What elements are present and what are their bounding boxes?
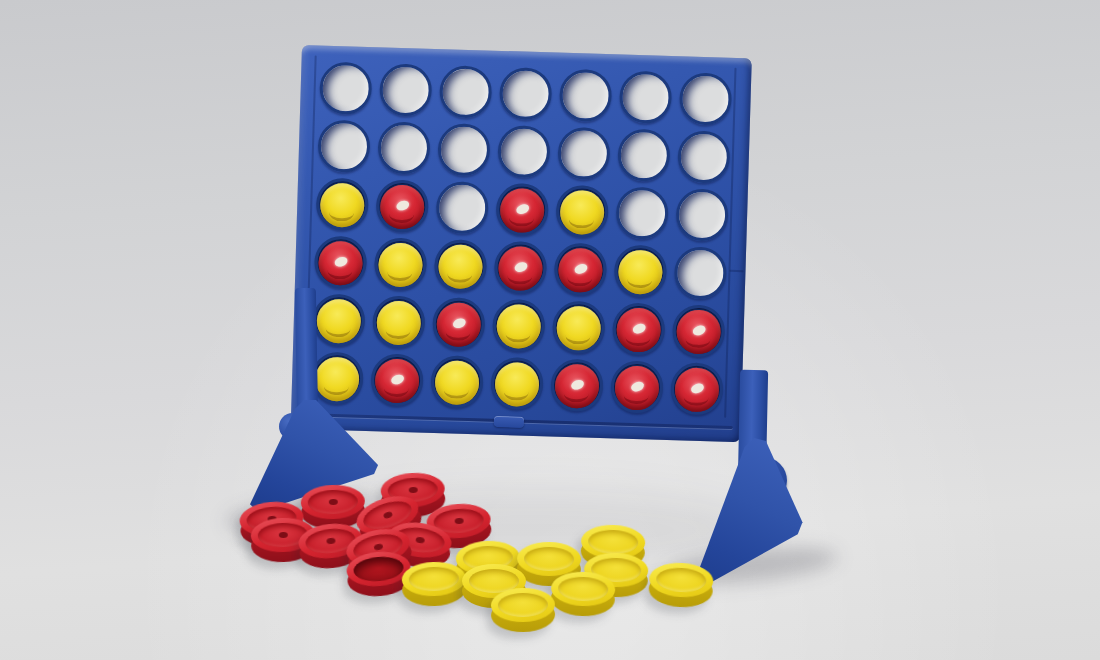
yellow-board-disc[interactable]: [378, 242, 423, 287]
cell-col6-row5[interactable]: [613, 125, 675, 185]
light-through-center-hole: [514, 260, 529, 273]
cell-col6-row2[interactable]: [608, 299, 670, 359]
disc-recess: [524, 547, 574, 572]
occupied-hole: [670, 362, 724, 416]
cell-col3-row6[interactable]: [435, 62, 497, 122]
occupied-hole: [430, 355, 484, 409]
empty-hole: [557, 127, 611, 181]
occupied-hole: [310, 351, 364, 405]
empty-hole: [677, 130, 731, 184]
red-board-disc[interactable]: [558, 248, 603, 293]
red-board-disc[interactable]: [616, 307, 661, 352]
cell-col4-row6[interactable]: [495, 64, 557, 124]
cell-col3-row5[interactable]: [433, 120, 495, 180]
board-grid: [306, 58, 736, 418]
cell-col5-row4[interactable]: [551, 182, 613, 242]
cell-col7-row4[interactable]: [671, 185, 733, 245]
red-board-disc[interactable]: [674, 367, 719, 412]
cell-col4-row1[interactable]: [486, 354, 548, 414]
yellow-board-disc[interactable]: [618, 249, 663, 294]
empty-hole: [615, 186, 669, 240]
yellow-board-disc[interactable]: [376, 300, 421, 345]
light-through-center-hole: [334, 255, 349, 268]
yellow-board-disc[interactable]: [316, 299, 361, 344]
empty-hole: [435, 181, 489, 235]
yellow-board-disc[interactable]: [560, 190, 605, 235]
empty-hole: [617, 128, 671, 182]
cell-col1-row6[interactable]: [315, 58, 377, 118]
yellow-board-disc[interactable]: [438, 244, 483, 289]
cell-col4-row5[interactable]: [493, 122, 555, 182]
occupied-hole: [610, 360, 664, 414]
photo-scene: [0, 0, 1100, 660]
cell-col2-row6[interactable]: [375, 60, 437, 120]
red-board-disc[interactable]: [318, 241, 363, 286]
occupied-hole: [554, 243, 608, 297]
cell-col5-row5[interactable]: [553, 124, 615, 184]
empty-hole: [499, 67, 553, 121]
cell-col2-row1[interactable]: [366, 350, 428, 410]
light-through-center-hole: [690, 382, 705, 395]
loose-yellow-disc[interactable]: [401, 561, 466, 607]
occupied-hole: [612, 302, 666, 356]
occupied-hole: [434, 239, 488, 293]
cell-col5-row1[interactable]: [546, 355, 608, 415]
cell-col7-row5[interactable]: [673, 127, 735, 187]
yellow-board-disc[interactable]: [496, 304, 541, 349]
red-board-disc[interactable]: [436, 302, 481, 347]
red-board-disc[interactable]: [676, 309, 721, 354]
cell-col3-row1[interactable]: [426, 352, 488, 412]
cell-col7-row2[interactable]: [668, 301, 730, 361]
occupied-hole: [316, 178, 370, 232]
occupied-hole: [490, 357, 544, 411]
occupied-hole: [314, 235, 368, 289]
occupied-hole: [372, 295, 426, 349]
empty-hole: [379, 63, 433, 117]
yellow-board-disc[interactable]: [434, 360, 479, 405]
empty-hole: [377, 121, 431, 175]
light-through-center-hole: [574, 262, 589, 275]
cell-col5-row2[interactable]: [548, 297, 610, 357]
red-board-disc[interactable]: [554, 364, 599, 409]
yellow-board-disc[interactable]: [314, 357, 359, 402]
loose-yellow-disc[interactable]: [648, 561, 714, 608]
cell-col1-row4[interactable]: [311, 174, 373, 234]
light-through-center-hole: [515, 202, 530, 215]
cell-col3-row2[interactable]: [428, 294, 490, 354]
empty-hole: [439, 65, 493, 119]
empty-hole: [497, 125, 551, 179]
cell-col7-row6[interactable]: [675, 69, 737, 129]
empty-hole: [437, 123, 491, 177]
cell-col2-row4[interactable]: [371, 176, 433, 236]
occupied-hole: [376, 179, 430, 233]
cell-col5-row3[interactable]: [550, 239, 612, 299]
occupied-hole: [374, 237, 428, 291]
empty-hole: [559, 69, 613, 123]
occupied-hole: [555, 185, 609, 239]
red-board-disc[interactable]: [380, 184, 425, 229]
cell-col2-row5[interactable]: [373, 118, 435, 178]
cell-col7-row1[interactable]: [666, 359, 728, 419]
cell-col1-row2[interactable]: [308, 290, 370, 350]
occupied-hole: [550, 359, 604, 413]
light-through-center-hole: [570, 378, 585, 391]
cell-col5-row6[interactable]: [555, 66, 617, 126]
cell-col1-row3[interactable]: [310, 232, 372, 292]
occupied-hole: [432, 297, 486, 351]
light-through-center-hole: [390, 373, 405, 386]
connect-four-frame: [291, 45, 752, 442]
occupied-hole: [312, 293, 366, 347]
red-board-disc[interactable]: [498, 246, 543, 291]
light-through-center-hole: [630, 380, 645, 393]
cell-col4-row4[interactable]: [491, 180, 553, 240]
occupied-hole: [672, 304, 726, 358]
empty-hole: [674, 246, 728, 300]
occupied-hole: [495, 183, 549, 237]
cell-col1-row5[interactable]: [313, 116, 375, 176]
empty-hole: [319, 62, 373, 116]
occupied-hole: [494, 241, 548, 295]
red-board-disc[interactable]: [374, 358, 419, 403]
cell-col4-row2[interactable]: [488, 296, 550, 356]
loose-yellow-disc[interactable]: [550, 571, 615, 617]
cell-col3-row3[interactable]: [430, 236, 492, 296]
cell-col4-row3[interactable]: [490, 238, 552, 298]
empty-hole: [675, 188, 729, 242]
cell-col6-row4[interactable]: [611, 183, 673, 243]
cell-col6-row6[interactable]: [615, 67, 677, 127]
cell-col3-row4[interactable]: [431, 178, 493, 238]
bottom-rail-latch: [493, 416, 523, 428]
cell-col6-row3[interactable]: [610, 241, 672, 301]
yellow-board-disc[interactable]: [320, 183, 365, 228]
occupied-hole: [614, 244, 668, 298]
yellow-board-disc[interactable]: [556, 306, 601, 351]
empty-hole: [317, 120, 371, 174]
cell-col2-row3[interactable]: [370, 234, 432, 294]
yellow-board-disc[interactable]: [494, 362, 539, 407]
side-rail-seam: [729, 270, 743, 272]
cell-col2-row2[interactable]: [368, 292, 430, 352]
cell-col6-row1[interactable]: [606, 357, 668, 417]
occupied-hole: [552, 301, 606, 355]
empty-hole: [619, 70, 673, 124]
light-through-center-hole: [395, 199, 410, 212]
occupied-hole: [370, 353, 424, 407]
red-board-disc[interactable]: [614, 365, 659, 410]
cell-col7-row3[interactable]: [670, 243, 732, 303]
loose-yellow-disc[interactable]: [491, 587, 556, 632]
occupied-hole: [492, 299, 546, 353]
red-board-disc[interactable]: [500, 188, 545, 233]
light-through-center-hole: [452, 317, 467, 330]
light-through-center-hole: [692, 324, 707, 337]
empty-hole: [679, 72, 733, 126]
light-through-center-hole: [632, 322, 647, 335]
